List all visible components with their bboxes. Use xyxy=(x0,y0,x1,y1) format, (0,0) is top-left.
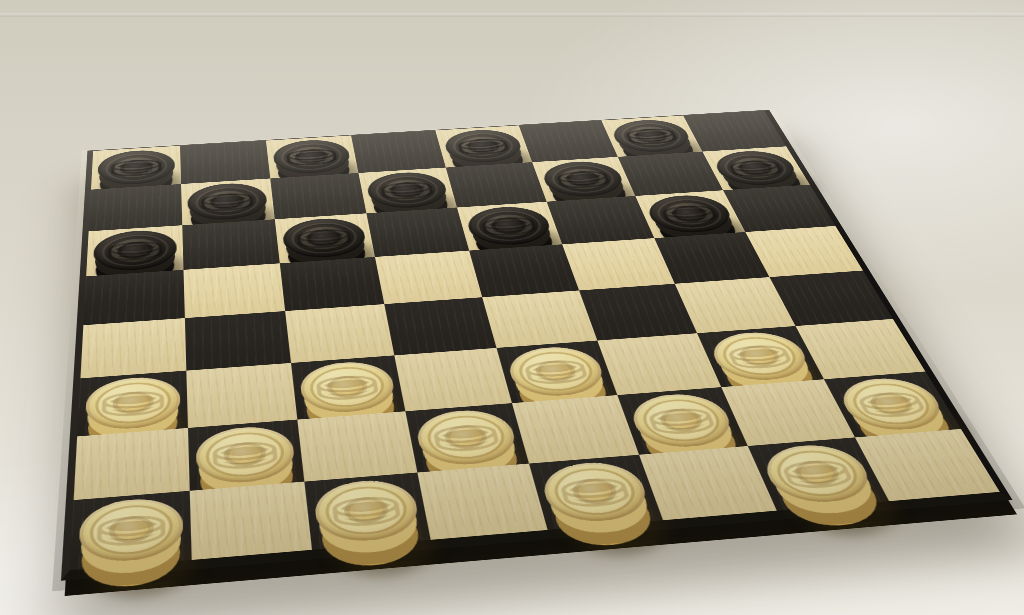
board-square xyxy=(446,162,547,207)
piece-glyph: ⛂ xyxy=(549,161,616,194)
board-square: ⛂ xyxy=(275,213,375,263)
board-square: ⛂ xyxy=(496,341,617,404)
board-square: ⛂ xyxy=(70,491,192,570)
white-piece: ⛂ xyxy=(299,360,397,415)
board-square xyxy=(366,207,469,256)
black-piece: ⛂ xyxy=(93,229,176,273)
board-square xyxy=(190,482,312,560)
board-square: ⛂ xyxy=(266,135,358,178)
board-square xyxy=(270,173,366,219)
board-square xyxy=(417,464,547,540)
board-square: ⛂ xyxy=(77,371,188,437)
board-square: ⛂ xyxy=(435,125,532,167)
piece-glyph: ⛂ xyxy=(770,445,863,499)
board-square xyxy=(482,290,597,347)
board-square: ⛂ xyxy=(358,168,457,214)
white-piece: ⛂ xyxy=(414,408,520,468)
piece-glyph: ⛂ xyxy=(639,394,724,444)
black-piece: ⛂ xyxy=(282,217,368,260)
black-piece: ⛂ xyxy=(643,193,738,234)
backdrop-seam xyxy=(0,13,1024,17)
piece-glyph: ⛂ xyxy=(198,183,258,218)
piece-glyph: ⛂ xyxy=(104,230,165,268)
piece-glyph: ⛂ xyxy=(93,499,170,558)
board-square xyxy=(683,111,786,152)
photo-backdrop: ⛂⛂⛂⛂⛂⛂⛂⛂⛂⛂⛂⛂⛂⛂⛂⛂⛂⛂⛂⛂⛂⛂⛂⛂ xyxy=(0,0,1024,615)
black-piece: ⛂ xyxy=(365,171,450,210)
board-square xyxy=(180,141,270,184)
piece-glyph: ⛂ xyxy=(475,207,543,243)
board-square: ⛂ xyxy=(188,420,304,491)
piece-glyph: ⛂ xyxy=(108,150,165,182)
black-piece: ⛂ xyxy=(272,138,352,175)
board-square xyxy=(351,130,446,173)
board-square xyxy=(285,304,394,363)
white-piece: ⛂ xyxy=(833,376,951,433)
board-square xyxy=(182,219,280,270)
piece-glyph: ⛂ xyxy=(208,427,282,480)
piece-glyph: ⛂ xyxy=(326,480,407,537)
black-piece: ⛂ xyxy=(442,128,525,164)
white-piece: ⛂ xyxy=(85,375,180,432)
board-square: ⛂ xyxy=(304,473,430,550)
board-square: ⛂ xyxy=(291,355,405,419)
white-piece: ⛂ xyxy=(79,496,184,564)
piece-glyph: ⛂ xyxy=(452,130,515,161)
board-square xyxy=(280,257,384,311)
board-square xyxy=(469,244,579,297)
board-square xyxy=(83,270,184,325)
piece-glyph: ⛂ xyxy=(618,120,684,150)
piece-glyph: ⛂ xyxy=(653,195,725,230)
board-square xyxy=(80,318,186,378)
board-square xyxy=(394,348,512,411)
piece-glyph: ⛂ xyxy=(292,218,356,255)
piece-glyph: ⛂ xyxy=(718,332,801,377)
black-piece: ⛂ xyxy=(97,149,174,187)
piece-glyph: ⛂ xyxy=(98,377,168,426)
black-piece: ⛂ xyxy=(710,149,802,187)
black-piece: ⛂ xyxy=(539,160,628,199)
black-piece: ⛂ xyxy=(187,182,268,222)
board-square: ⛂ xyxy=(91,146,181,190)
board-square: ⛂ xyxy=(405,403,529,472)
board-square xyxy=(74,428,190,500)
piece-glyph: ⛂ xyxy=(846,378,936,427)
black-piece: ⛂ xyxy=(464,205,554,247)
white-piece: ⛂ xyxy=(626,392,738,450)
black-piece: ⛂ xyxy=(608,118,695,153)
board-square xyxy=(297,411,417,481)
board-square xyxy=(184,263,286,318)
board-perspective-wrap: ⛂⛂⛂⛂⛂⛂⛂⛂⛂⛂⛂⛂⛂⛂⛂⛂⛂⛂⛂⛂⛂⛂⛂⛂ xyxy=(61,110,1013,581)
piece-glyph: ⛂ xyxy=(551,462,638,517)
piece-glyph: ⛂ xyxy=(282,140,341,172)
piece-glyph: ⛂ xyxy=(426,410,506,461)
piece-glyph: ⛂ xyxy=(311,362,384,409)
board-square: ⛂ xyxy=(86,225,183,276)
white-piece: ⛂ xyxy=(313,478,422,544)
board-square xyxy=(186,363,297,428)
board-square xyxy=(185,311,291,371)
piece-glyph: ⛂ xyxy=(375,172,438,206)
white-piece: ⛂ xyxy=(538,460,653,525)
board-square xyxy=(89,184,183,231)
board-square: ⛂ xyxy=(181,178,275,225)
board-square xyxy=(512,395,639,463)
board-square xyxy=(519,120,618,162)
white-piece: ⛂ xyxy=(505,345,609,399)
board-square xyxy=(375,251,482,305)
piece-glyph: ⛂ xyxy=(720,151,791,183)
board-square: ⛂ xyxy=(457,202,562,251)
piece-glyph: ⛂ xyxy=(517,347,595,393)
checkers-board: ⛂⛂⛂⛂⛂⛂⛂⛂⛂⛂⛂⛂⛂⛂⛂⛂⛂⛂⛂⛂⛂⛂⛂⛂ xyxy=(61,110,1013,581)
board-square xyxy=(384,297,496,355)
white-piece: ⛂ xyxy=(757,442,879,505)
white-piece: ⛂ xyxy=(706,330,815,383)
white-piece: ⛂ xyxy=(196,424,296,485)
